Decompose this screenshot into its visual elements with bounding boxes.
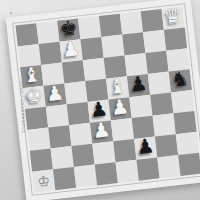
square-d7 bbox=[80, 37, 103, 60]
square-f7 bbox=[122, 32, 145, 55]
square-b2 bbox=[51, 146, 74, 169]
square-h7 bbox=[164, 27, 187, 50]
square-a8 bbox=[15, 23, 38, 46]
square-c7: ♟ bbox=[60, 39, 83, 62]
white-queen-h8: ♛ bbox=[163, 5, 183, 27]
crown-logo: ♔ bbox=[37, 173, 51, 188]
square-a4 bbox=[25, 107, 48, 130]
square-g5 bbox=[148, 72, 171, 95]
square-h5: ♞ bbox=[169, 69, 192, 92]
square-a3 bbox=[27, 128, 50, 151]
square-b4 bbox=[46, 104, 69, 127]
square-e2 bbox=[113, 139, 136, 162]
square-g1 bbox=[157, 155, 180, 178]
square-g4 bbox=[150, 92, 173, 115]
square-c5 bbox=[64, 81, 87, 104]
square-f5: ♟ bbox=[127, 74, 150, 97]
white-pawn-d3: ♟ bbox=[91, 119, 111, 141]
square-f8 bbox=[120, 11, 143, 34]
square-g7 bbox=[143, 30, 166, 53]
square-d3: ♟ bbox=[90, 120, 113, 143]
square-g3 bbox=[153, 113, 176, 136]
square-h3 bbox=[173, 111, 196, 134]
square-a2 bbox=[30, 148, 53, 171]
white-pawn-e4: ♟ bbox=[110, 95, 130, 117]
square-c2 bbox=[71, 144, 94, 167]
square-g6 bbox=[145, 51, 168, 74]
square-e4: ♟ bbox=[108, 97, 131, 120]
square-b1 bbox=[53, 167, 76, 190]
square-g2 bbox=[155, 134, 178, 157]
square-h1 bbox=[178, 153, 200, 176]
black-pawn-f5: ♟ bbox=[128, 72, 148, 94]
square-e8 bbox=[99, 14, 122, 37]
white-pawn-b5: ♟ bbox=[45, 82, 65, 104]
square-h2 bbox=[176, 132, 199, 155]
square-d2 bbox=[92, 141, 115, 164]
black-knight-h5: ♞ bbox=[170, 67, 190, 89]
square-c4 bbox=[67, 102, 90, 125]
square-e1 bbox=[116, 160, 139, 183]
chess-board: TOURNAMENT-CHESS ♚♛♟♝♚♟♝♟♞♟♟♟♟♔ bbox=[6, 0, 200, 200]
square-h8: ♛ bbox=[162, 7, 185, 30]
black-pawn-f2: ♟ bbox=[135, 135, 155, 157]
square-d1 bbox=[95, 162, 118, 185]
photo-background: TOURNAMENT-CHESS ♚♛♟♝♚♟♝♟♞♟♟♟♟♔ bbox=[0, 0, 200, 200]
square-f1 bbox=[136, 157, 159, 180]
square-h4 bbox=[171, 90, 194, 113]
square-c6 bbox=[62, 60, 85, 83]
square-b8 bbox=[36, 21, 59, 44]
square-e3 bbox=[111, 118, 134, 141]
white-pawn-c7: ♟ bbox=[61, 38, 81, 60]
square-f2: ♟ bbox=[134, 137, 157, 160]
square-b5: ♟ bbox=[43, 83, 66, 106]
square-d6 bbox=[83, 58, 106, 81]
square-c3 bbox=[69, 123, 92, 146]
square-f4 bbox=[129, 95, 152, 118]
square-a1: ♔ bbox=[32, 169, 55, 192]
square-b7 bbox=[39, 42, 62, 65]
square-e7 bbox=[101, 35, 124, 58]
noise-speck bbox=[10, 12, 12, 14]
square-b3 bbox=[48, 125, 71, 148]
square-a5: ♚ bbox=[23, 86, 46, 109]
white-king-a5: ♚ bbox=[24, 84, 44, 106]
square-g8 bbox=[141, 9, 164, 32]
square-c1 bbox=[74, 165, 97, 188]
square-d8 bbox=[78, 16, 101, 39]
board-grid: ♚♛♟♝♚♟♝♟♞♟♟♟♟♔ bbox=[15, 7, 200, 193]
